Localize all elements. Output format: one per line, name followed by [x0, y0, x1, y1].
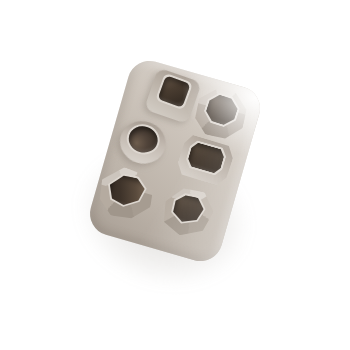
mold-cavity-octagon [190, 84, 251, 144]
product-photo [0, 0, 350, 350]
mold-cavity-hexagon [158, 183, 219, 243]
mold-cavity-emerald [175, 133, 237, 188]
mold-cavity-square [145, 68, 201, 123]
mold-cavity-gem [93, 162, 159, 225]
mold-cavity-circle [115, 116, 171, 169]
